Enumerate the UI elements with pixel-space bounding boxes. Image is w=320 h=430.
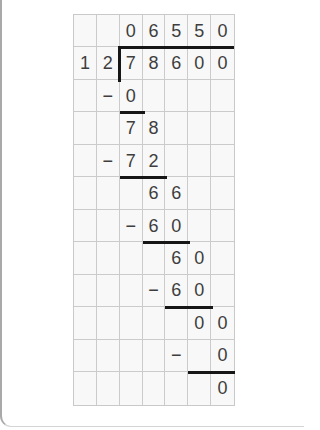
grid-cell-r3c5 xyxy=(165,80,188,112)
grid-cell-r8c1 xyxy=(74,242,97,274)
grid-cell-r10c1 xyxy=(74,307,97,339)
grid-cell-r4c4: 8 xyxy=(143,112,166,144)
grid-cell-r4c7 xyxy=(211,112,234,144)
grid-cell-r12c5 xyxy=(165,372,188,404)
grid-cell-r12c3 xyxy=(120,372,143,404)
grid-cell-r2c1: 1 xyxy=(74,47,97,79)
grid-cell-r3c6 xyxy=(188,80,211,112)
grid-cell-r10c5 xyxy=(165,307,188,339)
grid-cell-r2c7: 0 xyxy=(211,47,234,79)
grid-cell-r11c3 xyxy=(120,340,143,372)
grid-cell-r4c5 xyxy=(165,112,188,144)
grid-cell-r1c6: 5 xyxy=(188,15,211,47)
grid-cell-r6c6 xyxy=(188,177,211,209)
grid-cell-r8c5: 6 xyxy=(165,242,188,274)
grid-cell-r2c5: 6 xyxy=(165,47,188,79)
grid-cell-r11c5: − xyxy=(165,340,188,372)
grid-cell-r1c3: 0 xyxy=(120,15,143,47)
grid-cell-r8c3 xyxy=(120,242,143,274)
grid-cell-r8c7 xyxy=(211,242,234,274)
grid-cell-r5c1 xyxy=(74,145,97,177)
grid-cell-r6c3 xyxy=(120,177,143,209)
grid-cell-r9c6: 0 xyxy=(188,275,211,307)
grid-cell-r3c7 xyxy=(211,80,234,112)
grid-cell-r11c4 xyxy=(143,340,166,372)
grid-cell-r1c2 xyxy=(97,15,120,47)
grid-cell-r3c4 xyxy=(143,80,166,112)
grid-cell-r9c2 xyxy=(97,275,120,307)
grid-cell-r9c5: 6 xyxy=(165,275,188,307)
grid-cell-r9c1 xyxy=(74,275,97,307)
grid-cell-r3c1 xyxy=(74,80,97,112)
grid-cell-r7c4: 6 xyxy=(143,210,166,242)
grid-cell-r9c3 xyxy=(120,275,143,307)
grid-cell-r6c5: 6 xyxy=(165,177,188,209)
grid-cell-r5c7 xyxy=(211,145,234,177)
grid-cell-r12c7: 0 xyxy=(211,372,234,404)
grid-cell-r7c5: 0 xyxy=(165,210,188,242)
grid-cell-r11c7: 0 xyxy=(211,340,234,372)
grid-cell-r10c6: 0 xyxy=(188,307,211,339)
grid-cell-r4c1 xyxy=(74,112,97,144)
division-grid: 065501278600−078−7266−6060−6000−00 xyxy=(73,14,235,406)
grid-cell-r10c2 xyxy=(97,307,120,339)
grid-cell-r5c6 xyxy=(188,145,211,177)
grid-cell-r12c4 xyxy=(143,372,166,404)
grid-cell-r2c6: 0 xyxy=(188,47,211,79)
grid-cell-r8c4 xyxy=(143,242,166,274)
grid-cell-r5c5 xyxy=(165,145,188,177)
grid-cell-r7c3: − xyxy=(120,210,143,242)
grid-cell-r12c1 xyxy=(74,372,97,404)
grid-cell-r10c7: 0 xyxy=(211,307,234,339)
grid-cell-r11c1 xyxy=(74,340,97,372)
grid-cell-r6c2 xyxy=(97,177,120,209)
grid-cell-r2c4: 8 xyxy=(143,47,166,79)
grid-cell-r7c2 xyxy=(97,210,120,242)
grid-cell-r6c4: 6 xyxy=(143,177,166,209)
grid-cell-r1c7: 0 xyxy=(211,15,234,47)
grid-cell-r12c6 xyxy=(188,372,211,404)
grid-cell-r8c2 xyxy=(97,242,120,274)
grid-cell-r9c7 xyxy=(211,275,234,307)
grid-cell-r1c1 xyxy=(74,15,97,47)
grid-cell-r12c2 xyxy=(97,372,120,404)
grid-cell-r3c2: − xyxy=(97,80,120,112)
grid-cell-r10c3 xyxy=(120,307,143,339)
grid-cell-r11c2 xyxy=(97,340,120,372)
grid-cell-r6c7 xyxy=(211,177,234,209)
grid-cell-r9c4: − xyxy=(143,275,166,307)
grid-cell-r10c4 xyxy=(143,307,166,339)
grid-cell-r2c3: 7 xyxy=(120,47,143,79)
grid-cell-r11c6 xyxy=(188,340,211,372)
grid-cell-r7c7 xyxy=(211,210,234,242)
grid-cell-r1c4: 6 xyxy=(143,15,166,47)
grid-cell-r2c2: 2 xyxy=(97,47,120,79)
grid-cell-r4c6 xyxy=(188,112,211,144)
grid-cell-r4c3: 7 xyxy=(120,112,143,144)
grid-cell-r5c4: 2 xyxy=(143,145,166,177)
grid-cell-r4c2 xyxy=(97,112,120,144)
grid-cell-r3c3: 0 xyxy=(120,80,143,112)
grid-cell-r7c1 xyxy=(74,210,97,242)
grid-cell-r8c6: 0 xyxy=(188,242,211,274)
grid-cell-r5c3: 7 xyxy=(120,145,143,177)
grid-cell-r7c6 xyxy=(188,210,211,242)
grid-cell-r6c1 xyxy=(74,177,97,209)
grid-cell-r5c2: − xyxy=(97,145,120,177)
grid-cell-r1c5: 5 xyxy=(165,15,188,47)
